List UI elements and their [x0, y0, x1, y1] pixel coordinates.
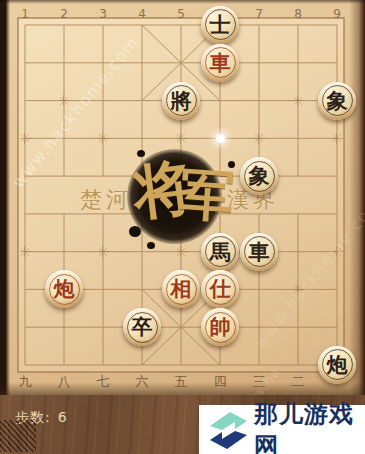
piece-glyph: 象 — [318, 82, 356, 120]
piece-black-卒[interactable]: 卒 — [123, 308, 161, 346]
piece-glyph: 仕 — [201, 270, 239, 308]
point-marker — [293, 284, 304, 295]
point-marker — [332, 246, 343, 257]
point-marker — [98, 133, 109, 144]
piece-red-炮[interactable]: 炮 — [45, 270, 83, 308]
piece-red-帥[interactable]: 帥 — [201, 308, 239, 346]
board-intersections[interactable]: 士車將象象馬車炮相仕卒帥炮 — [6, 6, 357, 384]
point-marker — [293, 95, 304, 106]
site-logo-panel: 那儿游戏网 — [199, 405, 365, 454]
point-marker — [176, 133, 187, 144]
piece-glyph: 馬 — [201, 233, 239, 271]
piece-red-相[interactable]: 相 — [162, 270, 200, 308]
piece-glyph: 車 — [240, 233, 278, 271]
point-marker — [20, 133, 31, 144]
point-marker — [98, 246, 109, 257]
piece-black-炮[interactable]: 炮 — [318, 346, 356, 384]
piece-glyph: 士 — [201, 6, 239, 44]
piece-glyph: 象 — [240, 157, 278, 195]
move-hint-dot[interactable] — [216, 134, 225, 143]
corner-scribble-mark — [0, 420, 36, 452]
xiangqi-board: 123456789 九八七六五四三二一 楚 河 漢 界 将 军 士車將象象馬車炮… — [0, 0, 365, 395]
piece-red-車[interactable]: 車 — [201, 44, 239, 82]
piece-glyph: 炮 — [45, 270, 83, 308]
move-counter-value: 6 — [58, 409, 68, 425]
piece-black-象[interactable]: 象 — [318, 82, 356, 120]
piece-black-車[interactable]: 車 — [240, 233, 278, 271]
xiangqi-app-screen: 123456789 九八七六五四三二一 楚 河 漢 界 将 军 士車將象象馬車炮… — [0, 0, 365, 454]
piece-glyph: 車 — [201, 44, 239, 82]
piece-black-士[interactable]: 士 — [201, 6, 239, 44]
piece-glyph: 相 — [162, 270, 200, 308]
point-marker — [332, 133, 343, 144]
piece-red-仕[interactable]: 仕 — [201, 270, 239, 308]
point-marker — [176, 246, 187, 257]
point-marker — [59, 95, 70, 106]
piece-glyph: 將 — [162, 82, 200, 120]
piece-glyph: 炮 — [318, 346, 356, 384]
piece-glyph: 卒 — [123, 308, 161, 346]
piece-black-將[interactable]: 將 — [162, 82, 200, 120]
piece-black-馬[interactable]: 馬 — [201, 233, 239, 271]
site-logo-text: 那儿游戏网 — [254, 398, 365, 454]
point-marker — [20, 246, 31, 257]
piece-black-象[interactable]: 象 — [240, 157, 278, 195]
piece-glyph: 帥 — [201, 308, 239, 346]
point-marker — [254, 133, 265, 144]
site-logo-icon — [206, 408, 250, 452]
